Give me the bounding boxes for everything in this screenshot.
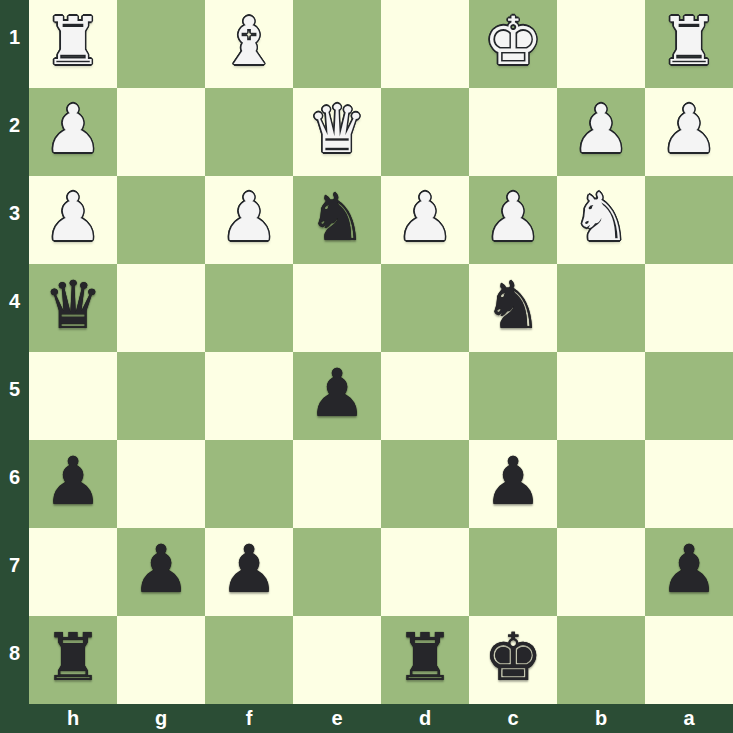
square-c4[interactable]: ♞ xyxy=(469,264,557,352)
square-a4[interactable] xyxy=(645,264,733,352)
black-knight-icon: ♞ xyxy=(307,176,366,262)
white-knight-icon: ♞ xyxy=(571,176,630,262)
board: ♜♝♚♜♟♛♟♟♟♟♞♟♟♞♛♞♟♟♟♟♟♟♜♜♚ xyxy=(29,0,733,704)
square-b3[interactable]: ♞ xyxy=(557,176,645,264)
square-b7[interactable] xyxy=(557,528,645,616)
square-h3[interactable]: ♟ xyxy=(29,176,117,264)
file-label-g: g xyxy=(117,704,205,733)
square-g8[interactable] xyxy=(117,616,205,704)
square-b8[interactable] xyxy=(557,616,645,704)
square-h4[interactable]: ♛ xyxy=(29,264,117,352)
black-rook-icon: ♜ xyxy=(395,616,454,702)
square-h1[interactable]: ♜ xyxy=(29,0,117,88)
square-a7[interactable]: ♟ xyxy=(645,528,733,616)
square-d8[interactable]: ♜ xyxy=(381,616,469,704)
white-pawn-icon: ♟ xyxy=(43,88,102,174)
chess-board-frame: 12345678 ♜♝♚♜♟♛♟♟♟♟♞♟♟♞♛♞♟♟♟♟♟♟♜♜♚ hgfed… xyxy=(0,0,733,733)
square-h5[interactable] xyxy=(29,352,117,440)
square-e6[interactable] xyxy=(293,440,381,528)
square-a6[interactable] xyxy=(645,440,733,528)
square-b2[interactable]: ♟ xyxy=(557,88,645,176)
rank-label-5: 5 xyxy=(0,352,29,440)
file-label-f: f xyxy=(205,704,293,733)
square-c3[interactable]: ♟ xyxy=(469,176,557,264)
square-f3[interactable]: ♟ xyxy=(205,176,293,264)
rank-label-3: 3 xyxy=(0,176,29,264)
white-pawn-icon: ♟ xyxy=(659,88,718,174)
rank-label-7: 7 xyxy=(0,528,29,616)
square-e2[interactable]: ♛ xyxy=(293,88,381,176)
file-label-h: h xyxy=(29,704,117,733)
square-d1[interactable] xyxy=(381,0,469,88)
square-a2[interactable]: ♟ xyxy=(645,88,733,176)
square-b1[interactable] xyxy=(557,0,645,88)
square-b4[interactable] xyxy=(557,264,645,352)
square-f6[interactable] xyxy=(205,440,293,528)
file-label-b: b xyxy=(557,704,645,733)
square-d2[interactable] xyxy=(381,88,469,176)
square-a8[interactable] xyxy=(645,616,733,704)
square-e3[interactable]: ♞ xyxy=(293,176,381,264)
rank-labels: 12345678 xyxy=(0,0,29,704)
white-rook-icon: ♜ xyxy=(43,0,102,86)
square-g3[interactable] xyxy=(117,176,205,264)
black-pawn-icon: ♟ xyxy=(307,352,366,438)
file-label-c: c xyxy=(469,704,557,733)
rank-label-8: 8 xyxy=(0,616,29,704)
square-a1[interactable]: ♜ xyxy=(645,0,733,88)
square-f5[interactable] xyxy=(205,352,293,440)
square-g5[interactable] xyxy=(117,352,205,440)
white-pawn-icon: ♟ xyxy=(43,176,102,262)
white-queen-icon: ♛ xyxy=(307,88,366,174)
rank-label-6: 6 xyxy=(0,440,29,528)
square-b6[interactable] xyxy=(557,440,645,528)
square-e7[interactable] xyxy=(293,528,381,616)
square-c2[interactable] xyxy=(469,88,557,176)
white-pawn-icon: ♟ xyxy=(571,88,630,174)
square-a5[interactable] xyxy=(645,352,733,440)
black-pawn-icon: ♟ xyxy=(483,440,542,526)
white-pawn-icon: ♟ xyxy=(395,176,454,262)
white-rook-icon: ♜ xyxy=(659,0,718,86)
white-pawn-icon: ♟ xyxy=(483,176,542,262)
file-label-a: a xyxy=(645,704,733,733)
black-pawn-icon: ♟ xyxy=(219,528,278,614)
square-h6[interactable]: ♟ xyxy=(29,440,117,528)
file-label-e: e xyxy=(293,704,381,733)
square-h2[interactable]: ♟ xyxy=(29,88,117,176)
square-a3[interactable] xyxy=(645,176,733,264)
square-g1[interactable] xyxy=(117,0,205,88)
square-c7[interactable] xyxy=(469,528,557,616)
square-d7[interactable] xyxy=(381,528,469,616)
black-knight-icon: ♞ xyxy=(483,264,542,350)
square-f8[interactable] xyxy=(205,616,293,704)
square-h7[interactable] xyxy=(29,528,117,616)
white-bishop-icon: ♝ xyxy=(219,0,278,86)
square-d3[interactable]: ♟ xyxy=(381,176,469,264)
square-f1[interactable]: ♝ xyxy=(205,0,293,88)
square-c5[interactable] xyxy=(469,352,557,440)
square-d4[interactable] xyxy=(381,264,469,352)
square-h8[interactable]: ♜ xyxy=(29,616,117,704)
square-c6[interactable]: ♟ xyxy=(469,440,557,528)
square-d6[interactable] xyxy=(381,440,469,528)
square-d5[interactable] xyxy=(381,352,469,440)
black-rook-icon: ♜ xyxy=(43,616,102,702)
black-pawn-icon: ♟ xyxy=(659,528,718,614)
square-c8[interactable]: ♚ xyxy=(469,616,557,704)
rank-label-1: 1 xyxy=(0,0,29,88)
square-f4[interactable] xyxy=(205,264,293,352)
square-e1[interactable] xyxy=(293,0,381,88)
square-g2[interactable] xyxy=(117,88,205,176)
square-g6[interactable] xyxy=(117,440,205,528)
square-g4[interactable] xyxy=(117,264,205,352)
white-pawn-icon: ♟ xyxy=(219,176,278,262)
black-pawn-icon: ♟ xyxy=(43,440,102,526)
square-b5[interactable] xyxy=(557,352,645,440)
square-e4[interactable] xyxy=(293,264,381,352)
square-g7[interactable]: ♟ xyxy=(117,528,205,616)
file-labels: hgfedcba xyxy=(29,704,733,733)
black-pawn-icon: ♟ xyxy=(131,528,190,614)
black-queen-icon: ♛ xyxy=(43,264,102,350)
rank-label-4: 4 xyxy=(0,264,29,352)
square-e5[interactable]: ♟ xyxy=(293,352,381,440)
file-label-d: d xyxy=(381,704,469,733)
square-e8[interactable] xyxy=(293,616,381,704)
square-f2[interactable] xyxy=(205,88,293,176)
square-f7[interactable]: ♟ xyxy=(205,528,293,616)
square-c1[interactable]: ♚ xyxy=(469,0,557,88)
black-king-icon: ♚ xyxy=(483,616,542,702)
white-king-icon: ♚ xyxy=(483,0,542,86)
rank-label-2: 2 xyxy=(0,88,29,176)
